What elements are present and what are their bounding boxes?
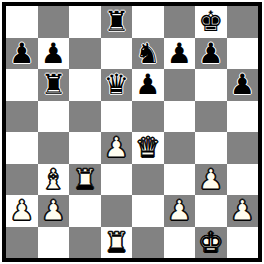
square-e4[interactable]: ♛ xyxy=(132,132,164,164)
square-h3[interactable] xyxy=(227,164,259,196)
square-h4[interactable] xyxy=(227,132,259,164)
piece-white-king-g1[interactable]: ♚ xyxy=(195,227,227,259)
square-f6[interactable] xyxy=(164,69,196,101)
piece-white-pawn-h2[interactable]: ♟ xyxy=(227,195,259,227)
square-g4[interactable] xyxy=(195,132,227,164)
square-b2[interactable]: ♟ xyxy=(38,195,70,227)
piece-black-king-g8[interactable]: ♚ xyxy=(195,6,227,38)
piece-black-pawn-a7[interactable]: ♟ xyxy=(6,38,38,70)
square-e5[interactable] xyxy=(132,101,164,133)
square-f5[interactable] xyxy=(164,101,196,133)
square-g8[interactable]: ♚ xyxy=(195,6,227,38)
square-c5[interactable] xyxy=(69,101,101,133)
chess-diagram: ♜♚♟♟♞♟♟♜♛♟♟♟♛♝♜♟♟♟♟♟♜♚ xyxy=(0,0,264,264)
piece-white-pawn-d4[interactable]: ♟ xyxy=(101,132,133,164)
square-e7[interactable]: ♞ xyxy=(132,38,164,70)
square-g3[interactable]: ♟ xyxy=(195,164,227,196)
square-a2[interactable]: ♟ xyxy=(6,195,38,227)
chess-board: ♜♚♟♟♞♟♟♜♛♟♟♟♛♝♜♟♟♟♟♟♜♚ xyxy=(6,6,258,258)
square-c8[interactable] xyxy=(69,6,101,38)
piece-white-pawn-f2[interactable]: ♟ xyxy=(164,195,196,227)
square-b5[interactable] xyxy=(38,101,70,133)
square-a5[interactable] xyxy=(6,101,38,133)
square-a8[interactable] xyxy=(6,6,38,38)
square-g5[interactable] xyxy=(195,101,227,133)
square-b7[interactable]: ♟ xyxy=(38,38,70,70)
square-d2[interactable] xyxy=(101,195,133,227)
square-d3[interactable] xyxy=(101,164,133,196)
piece-white-queen-e4[interactable]: ♛ xyxy=(132,132,164,164)
piece-black-queen-d6[interactable]: ♛ xyxy=(101,69,133,101)
piece-white-bishop-b3[interactable]: ♝ xyxy=(38,164,70,196)
square-d6[interactable]: ♛ xyxy=(101,69,133,101)
square-f1[interactable] xyxy=(164,227,196,259)
square-e1[interactable] xyxy=(132,227,164,259)
piece-white-rook-c3[interactable]: ♜ xyxy=(69,164,101,196)
piece-black-rook-d8[interactable]: ♜ xyxy=(101,6,133,38)
square-c1[interactable] xyxy=(69,227,101,259)
square-h8[interactable] xyxy=(227,6,259,38)
square-e3[interactable] xyxy=(132,164,164,196)
square-b8[interactable] xyxy=(38,6,70,38)
square-c3[interactable]: ♜ xyxy=(69,164,101,196)
square-d1[interactable]: ♜ xyxy=(101,227,133,259)
square-h1[interactable] xyxy=(227,227,259,259)
square-c6[interactable] xyxy=(69,69,101,101)
square-e8[interactable] xyxy=(132,6,164,38)
piece-black-pawn-g7[interactable]: ♟ xyxy=(195,38,227,70)
piece-black-pawn-e6[interactable]: ♟ xyxy=(132,69,164,101)
square-d7[interactable] xyxy=(101,38,133,70)
square-b3[interactable]: ♝ xyxy=(38,164,70,196)
piece-white-pawn-g3[interactable]: ♟ xyxy=(195,164,227,196)
square-g6[interactable] xyxy=(195,69,227,101)
square-h6[interactable]: ♟ xyxy=(227,69,259,101)
piece-black-pawn-f7[interactable]: ♟ xyxy=(164,38,196,70)
square-a6[interactable] xyxy=(6,69,38,101)
square-b4[interactable] xyxy=(38,132,70,164)
piece-white-pawn-a2[interactable]: ♟ xyxy=(6,195,38,227)
square-a7[interactable]: ♟ xyxy=(6,38,38,70)
square-a3[interactable] xyxy=(6,164,38,196)
board-frame: ♜♚♟♟♞♟♟♜♛♟♟♟♛♝♜♟♟♟♟♟♜♚ xyxy=(2,2,262,262)
square-b1[interactable] xyxy=(38,227,70,259)
square-f3[interactable] xyxy=(164,164,196,196)
square-b6[interactable]: ♜ xyxy=(38,69,70,101)
square-h7[interactable] xyxy=(227,38,259,70)
square-c2[interactable] xyxy=(69,195,101,227)
square-c7[interactable] xyxy=(69,38,101,70)
square-e6[interactable]: ♟ xyxy=(132,69,164,101)
square-e2[interactable] xyxy=(132,195,164,227)
piece-white-pawn-b2[interactable]: ♟ xyxy=(38,195,70,227)
piece-black-pawn-b7[interactable]: ♟ xyxy=(38,38,70,70)
square-h5[interactable] xyxy=(227,101,259,133)
square-g7[interactable]: ♟ xyxy=(195,38,227,70)
square-d8[interactable]: ♜ xyxy=(101,6,133,38)
square-g1[interactable]: ♚ xyxy=(195,227,227,259)
square-f8[interactable] xyxy=(164,6,196,38)
square-d4[interactable]: ♟ xyxy=(101,132,133,164)
piece-black-pawn-h6[interactable]: ♟ xyxy=(227,69,259,101)
square-g2[interactable] xyxy=(195,195,227,227)
piece-white-rook-d1[interactable]: ♜ xyxy=(101,227,133,259)
square-d5[interactable] xyxy=(101,101,133,133)
square-f4[interactable] xyxy=(164,132,196,164)
square-f2[interactable]: ♟ xyxy=(164,195,196,227)
square-a4[interactable] xyxy=(6,132,38,164)
square-h2[interactable]: ♟ xyxy=(227,195,259,227)
piece-black-knight-e7[interactable]: ♞ xyxy=(132,38,164,70)
piece-black-rook-b6[interactable]: ♜ xyxy=(38,69,70,101)
square-a1[interactable] xyxy=(6,227,38,259)
square-f7[interactable]: ♟ xyxy=(164,38,196,70)
square-c4[interactable] xyxy=(69,132,101,164)
